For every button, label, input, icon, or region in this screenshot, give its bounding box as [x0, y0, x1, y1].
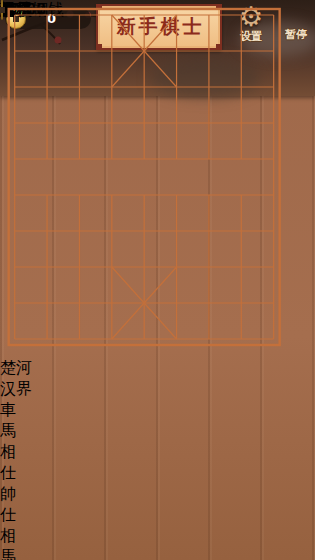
piece-red-general[interactable]: 帥 — [0, 484, 281, 505]
piece-red-advisor[interactable]: 仕 — [0, 505, 281, 526]
piece-red-rook[interactable]: 車 — [0, 400, 281, 421]
pause-icon — [286, 5, 306, 29]
river-label-right: 汉界 — [0, 379, 281, 400]
board-grid — [0, 0, 281, 354]
piece-red-horse[interactable]: 馬 — [0, 547, 281, 560]
pause-label: 暂停 — [285, 27, 307, 42]
piece-red-elephant[interactable]: 相 — [0, 526, 281, 547]
piece-red-elephant[interactable]: 相 — [0, 442, 281, 463]
xiangqi-board[interactable]: 楚河 汉界 車馬相仕帥仕相馬車炮兵兵兵兵兵卒卒卒卒卒炮炮車馬象士將士象炮車 — [0, 0, 281, 560]
piece-red-advisor[interactable]: 仕 — [0, 463, 281, 484]
xiangqi-app: 0 新手棋士 ⚙ 设置 暂停 免费铜钱 02:00 01:57 紅 黑 VS ★… — [0, 0, 315, 560]
board-frame: 楚河 汉界 車馬相仕帥仕相馬車炮兵兵兵兵兵卒卒卒卒卒炮炮車馬象士將士象炮車 — [0, 0, 281, 560]
river-label-left: 楚河 — [0, 358, 281, 379]
piece-red-horse[interactable]: 馬 — [0, 421, 281, 442]
